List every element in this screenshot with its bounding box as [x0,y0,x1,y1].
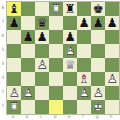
square-g6[interactable] [91,30,105,44]
rank-label-2: 2 [1,87,5,97]
rank-label-3: 3 [1,73,5,83]
piece-black-rook: ♜ [63,2,77,16]
piece-white-queen-outline: ♕ [63,58,77,72]
square-h5[interactable] [105,44,119,58]
piece-white-pawn-outline: ♙ [7,86,21,100]
square-b5[interactable] [21,44,35,58]
piece-white-king-outline: ♔ [91,100,105,114]
square-b7[interactable] [21,16,35,30]
square-f1[interactable] [77,100,91,114]
piece-white-pawn: ♟ [63,44,77,58]
piece-white-queen: ♛ [63,58,77,72]
square-h7[interactable]: ♟ [105,16,119,30]
piece-white-pawn-outline: ♙ [105,72,119,86]
rank-label-1: 1 [1,101,5,111]
square-c1[interactable] [35,100,49,114]
square-g7[interactable]: ♟ [91,16,105,30]
rank-label-8: 8 [1,3,5,13]
square-g5[interactable] [91,44,105,58]
square-g2[interactable]: ♟♙ [91,86,105,100]
rank-label-5: 5 [1,45,5,55]
piece-black-pawn: ♟ [7,16,21,30]
piece-black-pawn: ♟ [21,30,35,44]
piece-white-bishop-outline: ♗ [77,72,91,86]
square-f7[interactable]: ♟ [77,16,91,30]
square-h4[interactable] [105,58,119,72]
piece-white-pawn: ♟ [105,72,119,86]
piece-white-pawn: ♟ [35,58,49,72]
square-a4[interactable] [7,58,21,72]
piece-black-pawn: ♟ [91,16,105,30]
square-c7[interactable]: ♛ [35,16,49,30]
square-f2[interactable]: ♟♙ [77,86,91,100]
square-a5[interactable] [7,44,21,58]
square-g1[interactable]: ♚♔ [91,100,105,114]
square-g4[interactable] [91,58,105,72]
square-h3[interactable]: ♟♙ [105,72,119,86]
square-d3[interactable] [49,72,63,86]
piece-white-pawn-outline: ♙ [77,86,91,100]
square-d4[interactable] [49,58,63,72]
square-f5[interactable] [77,44,91,58]
piece-white-pawn-outline: ♙ [63,44,77,58]
square-b1[interactable] [21,100,35,114]
square-c8[interactable] [35,2,49,16]
square-a1[interactable]: ♜♖ [7,100,21,114]
piece-white-rook-outline: ♖ [7,100,21,114]
square-f4[interactable] [77,58,91,72]
square-b8[interactable] [21,2,35,16]
piece-white-pawn: ♟ [91,86,105,100]
square-b4[interactable] [21,58,35,72]
square-a6[interactable] [7,30,21,44]
square-a2[interactable]: ♟♙ [7,86,21,100]
square-d8[interactable]: ♜♖ [49,2,63,16]
file-label-a: a [8,115,18,119]
square-d1[interactable] [49,100,63,114]
square-e6[interactable]: ♟ [63,30,77,44]
square-f3[interactable]: ♝♗ [77,72,91,86]
rank-label-7: 7 [1,17,5,27]
square-a8[interactable]: ♝ [7,2,21,16]
piece-white-pawn-outline: ♙ [35,58,49,72]
piece-black-pawn: ♟ [105,16,119,30]
square-e2[interactable] [63,86,77,100]
file-label-e: e [64,115,74,119]
square-h1[interactable] [105,100,119,114]
piece-white-pawn: ♟ [77,86,91,100]
square-f8[interactable] [77,2,91,16]
chess-board-diagram: 87654321 ♝♜♖♜♚♟♛♟♟♟♟♟♟♟♙♟♙♛♕♝♗♟♙♟♙♟♙♟♙♟♙… [0,0,120,120]
piece-white-pawn: ♟ [7,86,21,100]
square-g3[interactable] [91,72,105,86]
square-g8[interactable]: ♚ [91,2,105,16]
file-label-b: b [22,115,32,119]
square-b2[interactable]: ♟♙ [21,86,35,100]
square-e1[interactable] [63,100,77,114]
square-c5[interactable] [35,44,49,58]
piece-white-rook-outline: ♖ [49,2,63,16]
square-c6[interactable]: ♟ [35,30,49,44]
square-d5[interactable] [49,44,63,58]
piece-white-pawn: ♟ [21,86,35,100]
piece-black-bishop: ♝ [7,2,21,16]
file-label-d: d [50,115,60,119]
piece-black-pawn: ♟ [77,16,91,30]
chess-board: ♝♜♖♜♚♟♛♟♟♟♟♟♟♟♙♟♙♛♕♝♗♟♙♟♙♟♙♟♙♟♙♜♖♚♔ [6,1,120,115]
file-label-f: f [78,115,88,119]
piece-black-king: ♚ [91,2,105,16]
square-b3[interactable] [21,72,35,86]
piece-white-pawn-outline: ♙ [21,86,35,100]
square-c2[interactable] [35,86,49,100]
piece-white-pawn-outline: ♙ [91,86,105,100]
piece-white-rook: ♜ [7,100,21,114]
square-c4[interactable]: ♟♙ [35,58,49,72]
piece-black-queen: ♛ [35,16,49,30]
square-e4[interactable]: ♛♕ [63,58,77,72]
square-d6[interactable] [49,30,63,44]
square-f6[interactable] [77,30,91,44]
square-e3[interactable] [63,72,77,86]
square-h8[interactable] [105,2,119,16]
piece-white-rook: ♜ [49,2,63,16]
piece-white-king: ♚ [91,100,105,114]
file-labels: abcdefgh [6,114,120,120]
file-label-g: g [92,115,102,119]
piece-black-pawn: ♟ [35,30,49,44]
square-e8[interactable]: ♜ [63,2,77,16]
square-e5[interactable]: ♟♙ [63,44,77,58]
square-a3[interactable] [7,72,21,86]
file-label-c: c [36,115,46,119]
square-c3[interactable] [35,72,49,86]
square-h6[interactable] [105,30,119,44]
file-label-h: h [106,115,116,119]
piece-black-pawn: ♟ [63,30,77,44]
square-e7[interactable] [63,16,77,30]
square-d2[interactable] [49,86,63,100]
rank-label-6: 6 [1,31,5,41]
square-b6[interactable]: ♟ [21,30,35,44]
square-h2[interactable] [105,86,119,100]
square-d7[interactable] [49,16,63,30]
square-a7[interactable]: ♟ [7,16,21,30]
piece-white-bishop: ♝ [77,72,91,86]
rank-label-4: 4 [1,59,5,69]
